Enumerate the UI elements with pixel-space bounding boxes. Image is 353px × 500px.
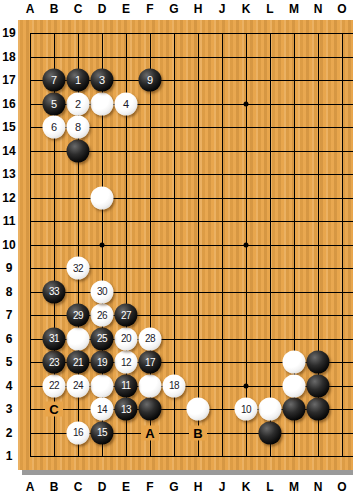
coord-label-left: 6	[6, 332, 13, 346]
stone-black	[307, 398, 330, 421]
move-number: 1	[75, 75, 81, 86]
coord-label-top: G	[169, 2, 178, 16]
stone-white-move-2: 2	[67, 92, 90, 115]
coord-label-left: 15	[2, 120, 15, 134]
move-number: 24	[73, 381, 83, 391]
stone-white-move-10: 10	[235, 398, 258, 421]
stone-white	[259, 398, 282, 421]
stone-black-move-25: 25	[91, 327, 114, 350]
move-number: 15	[97, 428, 107, 438]
coord-label-bottom: B	[50, 480, 59, 494]
stone-black-move-11: 11	[115, 374, 138, 397]
coord-label-bottom: J	[219, 480, 226, 494]
star-point	[100, 242, 105, 247]
stone-black	[139, 398, 162, 421]
coord-label-top: A	[26, 2, 35, 16]
move-number: 7	[51, 75, 57, 86]
coord-label-left: 16	[2, 97, 15, 111]
coord-label-bottom: N	[314, 480, 323, 494]
coord-label-bottom: C	[74, 480, 83, 494]
move-number: 17	[145, 357, 155, 367]
stone-black	[67, 139, 90, 162]
move-number: 5	[51, 98, 57, 109]
move-number: 31	[49, 334, 59, 344]
stone-white-move-32: 32	[67, 257, 90, 280]
stone-black	[307, 374, 330, 397]
star-point	[244, 101, 249, 106]
stone-white-move-20: 20	[115, 327, 138, 350]
star-point	[244, 383, 249, 388]
grid-line-vertical	[222, 33, 223, 457]
grid-line-vertical	[270, 33, 271, 457]
stone-white	[283, 351, 306, 374]
coord-label-bottom: E	[122, 480, 130, 494]
coord-label-left: 8	[6, 285, 13, 299]
coord-label-top: N	[314, 2, 323, 16]
move-number: 3	[99, 75, 105, 86]
move-number: 4	[123, 98, 129, 109]
star-point	[244, 242, 249, 247]
stone-black-move-29: 29	[67, 304, 90, 327]
coord-label-left: 19	[2, 26, 15, 40]
stone-white	[187, 398, 210, 421]
coord-label-bottom: H	[194, 480, 203, 494]
coord-label-left: 9	[6, 261, 13, 275]
move-number: 25	[97, 334, 107, 344]
stone-black-move-15: 15	[91, 421, 114, 444]
move-number: 23	[49, 357, 59, 367]
stone-white-move-6: 6	[43, 116, 66, 139]
coord-label-left: 18	[2, 50, 15, 64]
move-number: 13	[121, 404, 131, 414]
stone-black-move-21: 21	[67, 351, 90, 374]
coord-label-top: M	[289, 2, 299, 16]
stone-white-move-4: 4	[115, 92, 138, 115]
point-label-A: A	[141, 425, 159, 440]
coord-label-left: 4	[6, 379, 13, 393]
coord-label-left: 12	[2, 191, 15, 205]
coord-label-top: B	[50, 2, 59, 16]
move-number: 2	[75, 98, 81, 109]
stone-white-move-22: 22	[43, 374, 66, 397]
coord-label-left: 13	[2, 167, 15, 181]
move-number: 19	[97, 357, 107, 367]
stone-white	[91, 92, 114, 115]
coord-label-bottom: L	[266, 480, 273, 494]
stone-black	[307, 351, 330, 374]
stone-white-move-8: 8	[67, 116, 90, 139]
move-number: 16	[73, 428, 83, 438]
stone-white-move-28: 28	[139, 327, 162, 350]
point-label-B: B	[189, 425, 207, 440]
stone-white-move-12: 12	[115, 351, 138, 374]
coord-label-top: H	[194, 2, 203, 16]
stone-black-move-17: 17	[139, 351, 162, 374]
move-number: 33	[49, 287, 59, 297]
stone-white	[67, 327, 90, 350]
stone-white-move-26: 26	[91, 304, 114, 327]
coord-label-left: 10	[2, 238, 15, 252]
coord-label-bottom: M	[289, 480, 299, 494]
stone-black-move-23: 23	[43, 351, 66, 374]
stone-white	[91, 186, 114, 209]
stone-black-move-9: 9	[139, 69, 162, 92]
move-number: 22	[49, 381, 59, 391]
board-bottom-shadow	[22, 470, 353, 475]
stone-white-move-14: 14	[91, 398, 114, 421]
move-number: 12	[121, 357, 131, 367]
grid-line-vertical	[30, 33, 31, 457]
move-number: 6	[51, 122, 57, 133]
grid-line-vertical	[198, 33, 199, 457]
coord-label-bottom: A	[26, 480, 35, 494]
stone-black-move-31: 31	[43, 327, 66, 350]
coord-label-top: J	[219, 2, 226, 16]
stone-white	[91, 374, 114, 397]
stone-black-move-5: 5	[43, 92, 66, 115]
coord-label-bottom: G	[169, 480, 178, 494]
move-number: 30	[97, 287, 107, 297]
move-number: 8	[75, 122, 81, 133]
coord-label-left: 11	[3, 214, 16, 228]
move-number: 10	[241, 404, 251, 414]
coord-label-top: D	[98, 2, 107, 16]
grid-line-vertical	[342, 33, 343, 457]
go-board-diagram: AABBCCDDEEFFGGHHJJKKLLMMNNOO191817161514…	[0, 0, 353, 500]
move-number: 18	[169, 381, 179, 391]
move-number: 32	[73, 263, 83, 273]
move-number: 28	[145, 334, 155, 344]
coord-label-bottom: F	[146, 480, 153, 494]
stone-black-move-3: 3	[91, 69, 114, 92]
coord-label-left: 7	[6, 308, 13, 322]
stone-white	[139, 374, 162, 397]
coord-label-top: F	[146, 2, 153, 16]
coord-label-bottom: D	[98, 480, 107, 494]
move-number: 14	[97, 404, 107, 414]
coord-label-top: K	[242, 2, 251, 16]
move-number: 29	[73, 310, 83, 320]
coord-label-top: E	[122, 2, 130, 16]
stone-white	[283, 374, 306, 397]
coord-label-left: 14	[2, 144, 15, 158]
coord-label-left: 17	[2, 73, 15, 87]
move-number: 21	[73, 357, 83, 367]
stone-black-move-19: 19	[91, 351, 114, 374]
coord-label-top: O	[337, 2, 346, 16]
stone-white-move-30: 30	[91, 280, 114, 303]
coord-label-bottom: O	[337, 480, 346, 494]
point-label-C: C	[45, 402, 63, 417]
stone-black-move-27: 27	[115, 304, 138, 327]
stone-black	[259, 421, 282, 444]
coord-label-top: L	[266, 2, 273, 16]
stone-white-move-16: 16	[67, 421, 90, 444]
coord-label-bottom: K	[242, 480, 251, 494]
move-number: 20	[121, 334, 131, 344]
stone-black-move-1: 1	[67, 69, 90, 92]
move-number: 27	[121, 310, 131, 320]
move-number: 9	[147, 75, 153, 86]
coord-label-left: 1	[6, 449, 13, 463]
coord-label-left: 2	[6, 426, 13, 440]
coord-label-top: C	[74, 2, 83, 16]
stone-black-move-7: 7	[43, 69, 66, 92]
move-number: 26	[97, 310, 107, 320]
stone-white-move-24: 24	[67, 374, 90, 397]
coord-label-left: 3	[6, 402, 13, 416]
stone-white-move-18: 18	[163, 374, 186, 397]
move-number: 11	[121, 381, 130, 391]
stone-black-move-13: 13	[115, 398, 138, 421]
stone-black	[283, 398, 306, 421]
stone-black-move-33: 33	[43, 280, 66, 303]
coord-label-left: 5	[6, 355, 13, 369]
